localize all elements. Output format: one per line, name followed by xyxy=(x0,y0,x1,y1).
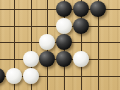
black-stone[interactable] xyxy=(56,51,72,67)
white-stone[interactable] xyxy=(23,51,39,67)
white-stone[interactable] xyxy=(39,34,55,50)
white-stone[interactable] xyxy=(56,18,72,34)
black-stone[interactable] xyxy=(56,1,72,17)
black-stone[interactable] xyxy=(73,1,89,17)
black-stone[interactable] xyxy=(73,18,89,34)
white-stone[interactable] xyxy=(73,51,89,67)
go-board[interactable] xyxy=(0,0,120,90)
black-stone[interactable] xyxy=(0,68,5,84)
white-stone[interactable] xyxy=(23,68,39,84)
screenshot-stage xyxy=(0,0,120,90)
black-stone[interactable] xyxy=(39,51,55,67)
black-stone[interactable] xyxy=(90,1,106,17)
white-stone[interactable] xyxy=(6,68,22,84)
black-stone[interactable] xyxy=(56,34,72,50)
